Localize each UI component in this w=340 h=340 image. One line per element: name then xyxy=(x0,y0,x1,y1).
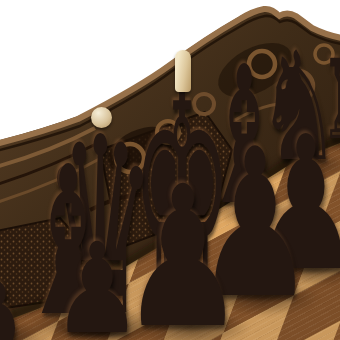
pieces-layer: ♜♞♝♚♛♝♟♟♟♟♟ xyxy=(0,0,340,340)
chess-set-photo: ♜♞♝♚♛♝♟♟♟♟♟ xyxy=(0,0,340,340)
king-stem-finial xyxy=(175,50,191,92)
piece-black-pawn-c7[interactable]: ♟ xyxy=(0,262,51,340)
piece-black-pawn-e7[interactable]: ♟ xyxy=(120,160,246,340)
